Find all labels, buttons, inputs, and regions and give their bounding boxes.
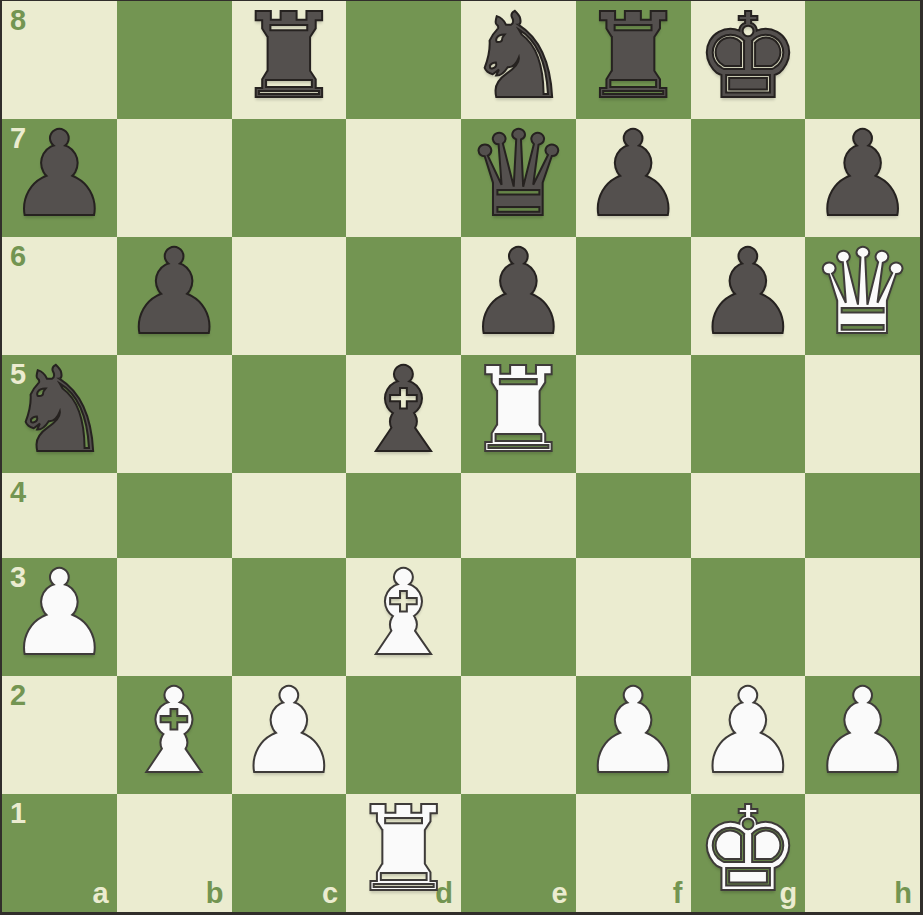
file-label-h: h <box>894 879 912 908</box>
square-h8[interactable] <box>805 1 920 119</box>
piece-black-rook[interactable]: ♜ <box>580 0 686 115</box>
square-b2[interactable]: ♝ <box>117 676 232 794</box>
square-g6[interactable]: ♟ <box>691 237 806 355</box>
square-g1[interactable]: g♚ <box>691 794 806 912</box>
square-d5[interactable]: ♝ <box>346 355 461 473</box>
square-e6[interactable]: ♟ <box>461 237 576 355</box>
file-label-a: a <box>93 879 109 908</box>
square-h5[interactable] <box>805 355 920 473</box>
piece-black-king[interactable]: ♚ <box>695 0 801 115</box>
piece-black-rook[interactable]: ♜ <box>236 0 342 115</box>
square-a2[interactable]: 2 <box>2 676 117 794</box>
piece-black-pawn[interactable]: ♟ <box>810 115 916 233</box>
piece-white-pawn[interactable]: ♟ <box>810 672 916 790</box>
square-g3[interactable] <box>691 558 806 676</box>
piece-black-pawn[interactable]: ♟ <box>695 233 801 351</box>
square-d3[interactable]: ♝ <box>346 558 461 676</box>
square-g8[interactable]: ♚ <box>691 1 806 119</box>
piece-white-pawn[interactable]: ♟ <box>6 554 112 672</box>
square-h2[interactable]: ♟ <box>805 676 920 794</box>
square-d2[interactable] <box>346 676 461 794</box>
rank-label-2: 2 <box>10 681 26 710</box>
square-h1[interactable]: h <box>805 794 920 912</box>
file-label-b: b <box>206 879 224 908</box>
chess-board: 8♜♞♜♚7♟♛♟♟6♟♟♟♛5♞♝♜43♟♝2♝♟♟♟♟1abcd♜efg♚h <box>2 1 920 912</box>
square-h3[interactable] <box>805 558 920 676</box>
square-g4[interactable] <box>691 473 806 558</box>
board-frame: 8♜♞♜♚7♟♛♟♟6♟♟♟♛5♞♝♜43♟♝2♝♟♟♟♟1abcd♜efg♚h <box>0 0 923 915</box>
piece-white-bishop[interactable]: ♝ <box>351 554 457 672</box>
square-b4[interactable] <box>117 473 232 558</box>
square-f5[interactable] <box>576 355 691 473</box>
square-c4[interactable] <box>232 473 347 558</box>
file-label-f: f <box>673 879 683 908</box>
square-a1[interactable]: 1a <box>2 794 117 912</box>
square-g2[interactable]: ♟ <box>691 676 806 794</box>
piece-black-queen[interactable]: ♛ <box>465 115 571 233</box>
rank-label-4: 4 <box>10 478 26 507</box>
square-f2[interactable]: ♟ <box>576 676 691 794</box>
square-a5[interactable]: 5♞ <box>2 355 117 473</box>
square-e2[interactable] <box>461 676 576 794</box>
square-c6[interactable] <box>232 237 347 355</box>
piece-black-pawn[interactable]: ♟ <box>465 233 571 351</box>
square-e8[interactable]: ♞ <box>461 1 576 119</box>
square-b6[interactable]: ♟ <box>117 237 232 355</box>
square-f7[interactable]: ♟ <box>576 119 691 237</box>
square-a6[interactable]: 6 <box>2 237 117 355</box>
piece-white-pawn[interactable]: ♟ <box>580 672 686 790</box>
square-h6[interactable]: ♛ <box>805 237 920 355</box>
square-e3[interactable] <box>461 558 576 676</box>
file-label-e: e <box>552 879 568 908</box>
piece-black-knight[interactable]: ♞ <box>465 0 571 115</box>
square-b7[interactable] <box>117 119 232 237</box>
square-f4[interactable] <box>576 473 691 558</box>
square-g7[interactable] <box>691 119 806 237</box>
piece-black-pawn[interactable]: ♟ <box>121 233 227 351</box>
piece-white-rook[interactable]: ♜ <box>465 351 571 469</box>
square-a7[interactable]: 7♟ <box>2 119 117 237</box>
square-d1[interactable]: d♜ <box>346 794 461 912</box>
square-c5[interactable] <box>232 355 347 473</box>
square-e5[interactable]: ♜ <box>461 355 576 473</box>
square-c1[interactable]: c <box>232 794 347 912</box>
square-d8[interactable] <box>346 1 461 119</box>
square-e1[interactable]: e <box>461 794 576 912</box>
piece-white-king[interactable]: ♚ <box>695 790 801 908</box>
piece-black-pawn[interactable]: ♟ <box>580 115 686 233</box>
square-b1[interactable]: b <box>117 794 232 912</box>
rank-label-8: 8 <box>10 6 26 35</box>
piece-white-queen[interactable]: ♛ <box>810 233 916 351</box>
square-f1[interactable]: f <box>576 794 691 912</box>
square-f3[interactable] <box>576 558 691 676</box>
piece-black-bishop[interactable]: ♝ <box>351 351 457 469</box>
piece-white-rook[interactable]: ♜ <box>351 790 457 908</box>
piece-black-pawn[interactable]: ♟ <box>6 115 112 233</box>
piece-black-knight[interactable]: ♞ <box>6 351 112 469</box>
square-d6[interactable] <box>346 237 461 355</box>
square-e4[interactable] <box>461 473 576 558</box>
square-f8[interactable]: ♜ <box>576 1 691 119</box>
piece-white-pawn[interactable]: ♟ <box>695 672 801 790</box>
square-b3[interactable] <box>117 558 232 676</box>
square-b8[interactable] <box>117 1 232 119</box>
square-c7[interactable] <box>232 119 347 237</box>
square-h4[interactable] <box>805 473 920 558</box>
rank-label-1: 1 <box>10 799 26 828</box>
piece-white-bishop[interactable]: ♝ <box>121 672 227 790</box>
square-c2[interactable]: ♟ <box>232 676 347 794</box>
square-c8[interactable]: ♜ <box>232 1 347 119</box>
rank-label-6: 6 <box>10 242 26 271</box>
square-b5[interactable] <box>117 355 232 473</box>
square-d7[interactable] <box>346 119 461 237</box>
file-label-c: c <box>322 879 338 908</box>
square-a8[interactable]: 8 <box>2 1 117 119</box>
square-f6[interactable] <box>576 237 691 355</box>
square-a3[interactable]: 3♟ <box>2 558 117 676</box>
square-c3[interactable] <box>232 558 347 676</box>
piece-white-pawn[interactable]: ♟ <box>236 672 342 790</box>
square-g5[interactable] <box>691 355 806 473</box>
square-h7[interactable]: ♟ <box>805 119 920 237</box>
square-e7[interactable]: ♛ <box>461 119 576 237</box>
